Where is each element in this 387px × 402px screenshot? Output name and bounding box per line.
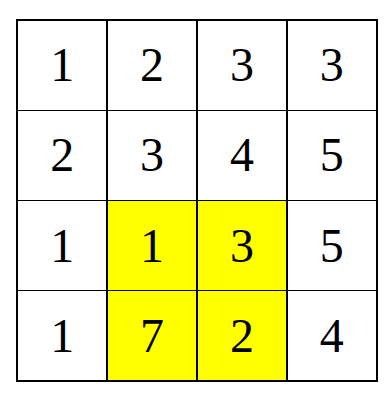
grid-cell-r0c0[interactable]: 1 [18,21,106,110]
grid-cell-r3c3[interactable]: 4 [288,291,376,380]
page: 1233234511351724 [0,0,387,402]
grid-cell-r1c3[interactable]: 5 [288,111,376,200]
grid-cell-r1c1[interactable]: 3 [108,111,196,200]
grid-cell-r1c0[interactable]: 2 [18,111,106,200]
grid-cell-r3c2[interactable]: 2 [198,291,286,380]
grid-cell-r1c2[interactable]: 4 [198,111,286,200]
grid-cell-r0c2[interactable]: 3 [198,21,286,110]
grid-cell-r2c3[interactable]: 5 [288,201,376,290]
grid-cell-r2c1[interactable]: 1 [108,201,196,290]
grid-cell-r3c1[interactable]: 7 [108,291,196,380]
grid-cell-r3c0[interactable]: 1 [18,291,106,380]
grid-cell-r2c2[interactable]: 3 [198,201,286,290]
grid-cell-r2c0[interactable]: 1 [18,201,106,290]
grid-cell-r0c1[interactable]: 2 [108,21,196,110]
number-grid: 1233234511351724 [16,19,378,382]
grid-cell-r0c3[interactable]: 3 [288,21,376,110]
